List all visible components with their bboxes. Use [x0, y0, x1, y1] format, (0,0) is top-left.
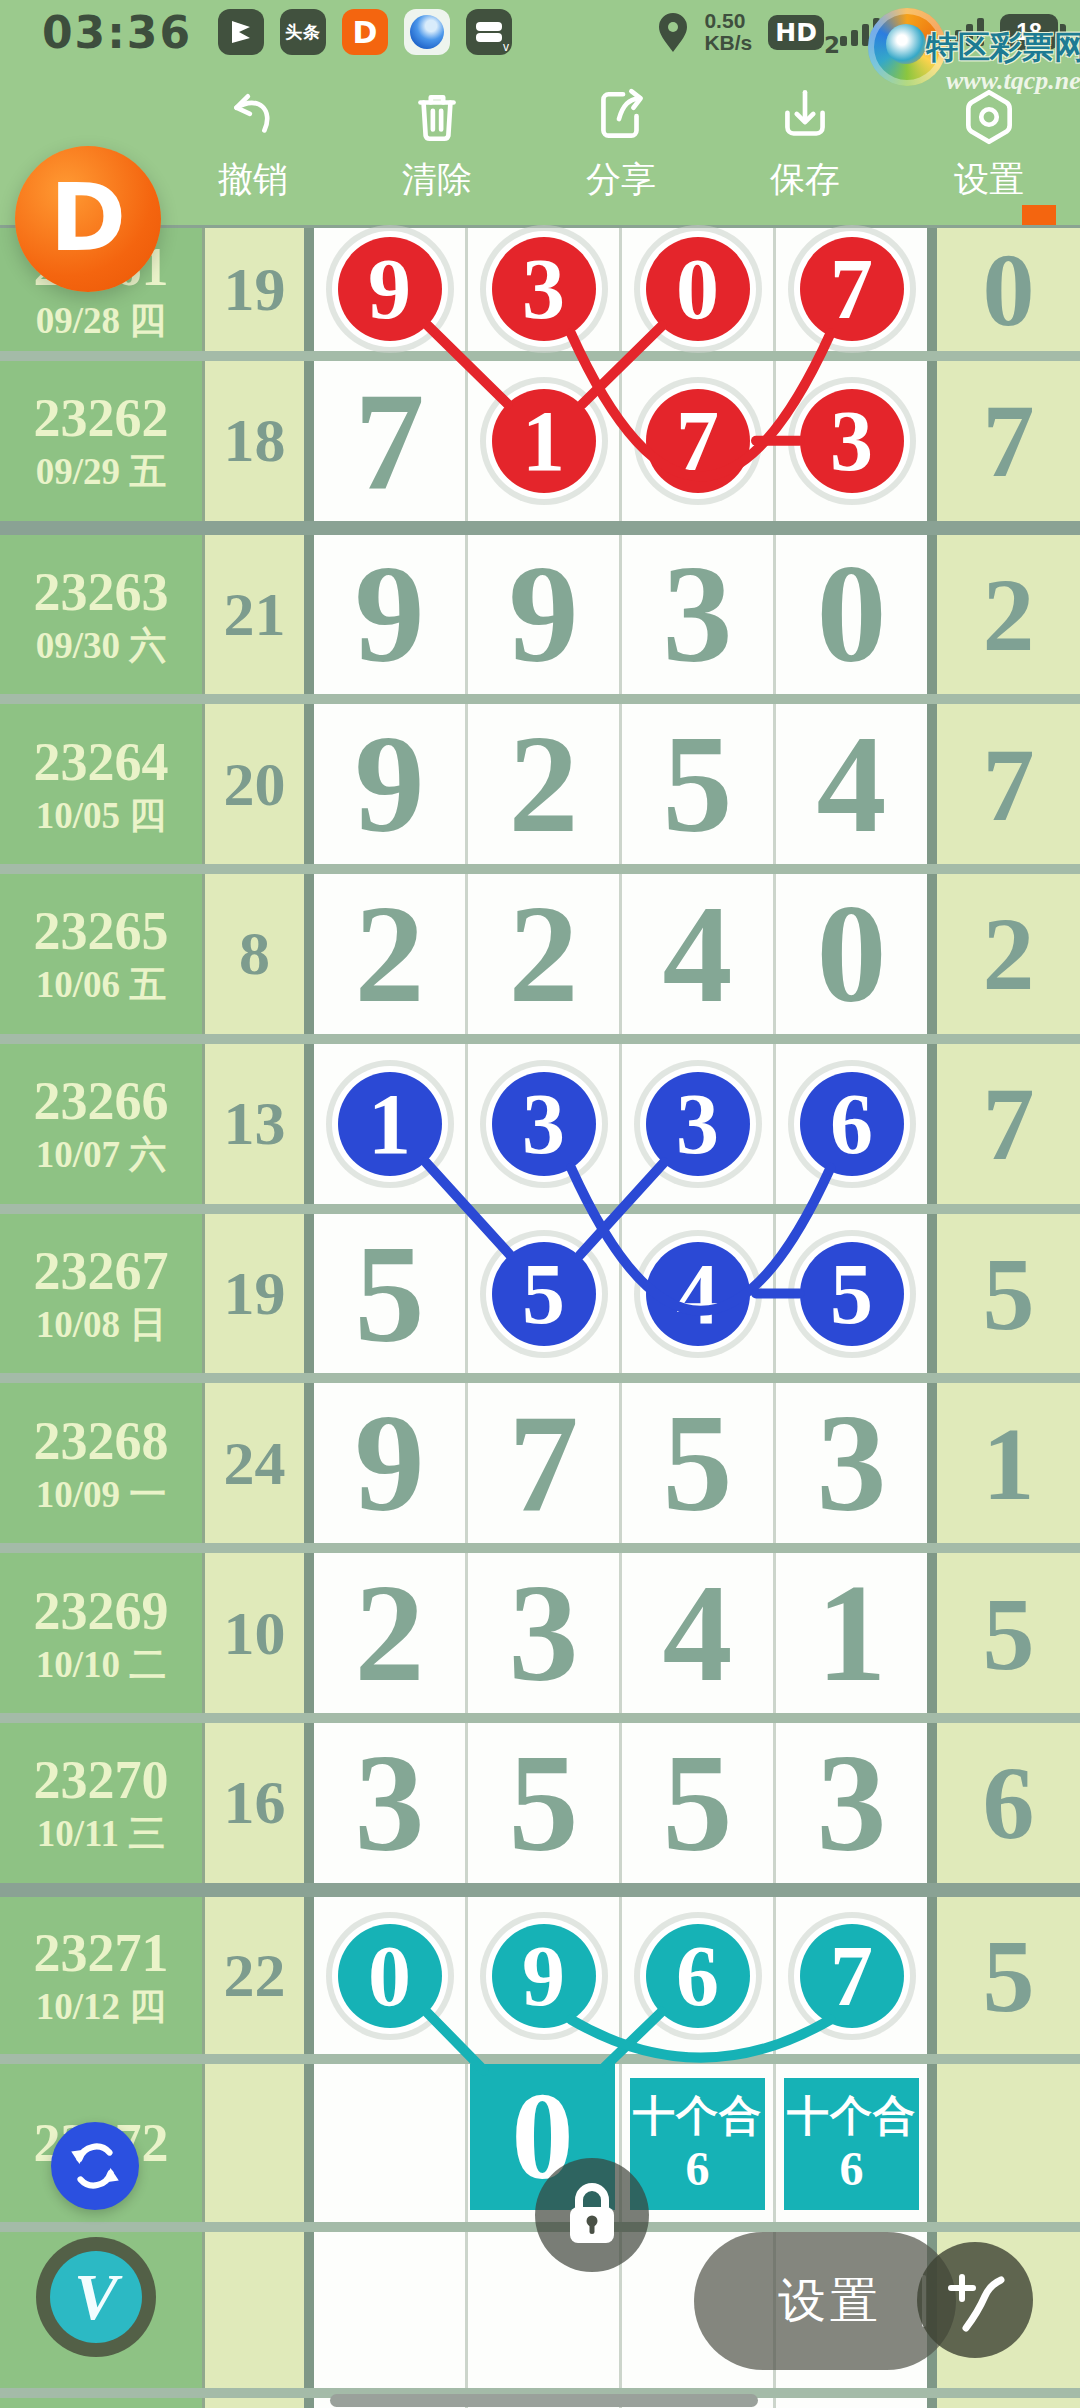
- period-cell: 2326810/09 一: [0, 1383, 205, 1543]
- extra-digit-cell: 5: [937, 1553, 1080, 1713]
- draw-date: 10/12 四: [36, 1988, 167, 2025]
- table-row: 2326610/07 六1313367: [0, 1044, 1080, 1214]
- digit-cell[interactable]: 3: [622, 535, 776, 695]
- prediction-text: 十个合: [633, 2093, 762, 2139]
- status-indicators: 0.50KB/s HD2 5G 18: [658, 10, 1072, 54]
- circled-digit: 6: [800, 1072, 904, 1176]
- didi-logo-notch: [1022, 205, 1056, 227]
- table-row: 2326810/09 一2497531: [0, 1383, 1080, 1553]
- table-row: 2326309/30 六2199302: [0, 535, 1080, 705]
- digit-cell[interactable]: 2: [314, 1553, 468, 1713]
- quark-app-icon: [404, 9, 450, 55]
- plain-digit: 5: [663, 714, 733, 854]
- digit-cell[interactable]: 1: [468, 361, 622, 521]
- period-cell: [0, 2398, 205, 2408]
- period-number: 23265: [34, 904, 169, 958]
- period-cell: 2327110/12 四: [0, 1897, 205, 2055]
- period-number: 23264: [34, 735, 169, 789]
- digit-cell[interactable]: 5: [468, 1214, 622, 1374]
- digit-cell[interactable]: 6: [776, 1044, 937, 1204]
- period-number: 23263: [34, 565, 169, 619]
- period-cell: 2326910/10 二: [0, 1553, 205, 1713]
- plain-digit: 0: [817, 884, 887, 1024]
- circled-digit: 3: [646, 1072, 750, 1176]
- circled-digit: 1: [492, 389, 596, 493]
- extra-digit-cell: 7: [937, 1044, 1080, 1204]
- prediction-digit: 6: [840, 2143, 864, 2196]
- extra-digit-cell: [937, 2064, 1080, 2222]
- period-cell: 2326510/06 五: [0, 874, 205, 1034]
- circled-digit: 6: [646, 1924, 750, 2028]
- digit-cell[interactable]: 9: [314, 1383, 468, 1543]
- sum-cell: 21: [205, 535, 314, 695]
- digit-cell[interactable]: 4: [622, 1214, 776, 1374]
- circled-digit: 0: [646, 237, 750, 341]
- period-number: 23270: [34, 1753, 169, 1807]
- save-button[interactable]: 保存: [730, 86, 880, 203]
- digit-cell[interactable]: 2: [314, 874, 468, 1034]
- refresh-button[interactable]: [51, 2122, 139, 2210]
- plain-digit: 9: [355, 1393, 425, 1533]
- digit-cell[interactable]: 5: [776, 1214, 937, 1374]
- extra-digit-cell: 2: [937, 874, 1080, 1034]
- app-screen: 03:36 头条 D v 0.50KB/s HD2: [0, 0, 1080, 2408]
- sum-cell: 19: [205, 228, 314, 351]
- plain-digit: 3: [817, 1733, 887, 1873]
- digit-cell[interactable]: 7: [468, 1383, 622, 1543]
- clear-button[interactable]: 清除: [362, 86, 512, 203]
- network-speed: 0.50KB/s: [704, 10, 752, 54]
- plain-digit: 4: [663, 1563, 733, 1703]
- digit-cell[interactable]: [776, 2398, 937, 2408]
- digit-cell[interactable]: 3: [468, 228, 622, 351]
- plain-digit: 0: [817, 544, 887, 684]
- clock-time: 03:36: [42, 7, 192, 58]
- trend-chart-table: 2326109/28 四19930702326209/29 五187173723…: [0, 225, 1080, 2408]
- digit-cell[interactable]: 3: [776, 1383, 937, 1543]
- sum-cell: 8: [205, 874, 314, 1034]
- extra-digit-cell: 0: [937, 228, 1080, 351]
- prediction-text: 十个合: [787, 2093, 916, 2139]
- table-row: 2327010/11 三1635536: [0, 1723, 1080, 1897]
- sum-cell: 16: [205, 1723, 314, 1883]
- draw-date: 09/30 六: [36, 627, 167, 664]
- digit-cell[interactable]: 4: [622, 874, 776, 1034]
- avatar-v-glyph: V: [50, 2251, 142, 2343]
- notification-icons: 头条 D v: [218, 9, 512, 55]
- draw-date: 10/05 四: [36, 797, 167, 834]
- period-number: 23267: [34, 1244, 169, 1298]
- plain-digit: 5: [663, 1733, 733, 1873]
- digit-cell[interactable]: 十个合6: [776, 2064, 937, 2222]
- refresh-icon: [64, 2135, 126, 2197]
- toutiao-app-icon: 头条: [280, 9, 326, 55]
- share-button[interactable]: 分享: [546, 86, 696, 203]
- hd-voice-icon: HD2: [768, 15, 824, 50]
- download-icon: [774, 86, 836, 148]
- digit-cell[interactable]: 9: [314, 535, 468, 695]
- plain-digit: 3: [663, 544, 733, 684]
- circled-digit: 4: [646, 1242, 750, 1346]
- plain-digit: 9: [355, 714, 425, 854]
- sum-cell: 24: [205, 1383, 314, 1543]
- period-number: 23268: [34, 1414, 169, 1468]
- digit-cell[interactable]: 9: [314, 228, 468, 351]
- draw-date: 10/06 五: [36, 966, 167, 1003]
- plain-digit: 2: [355, 884, 425, 1024]
- pen-plus-icon: [937, 2262, 1013, 2338]
- circled-digit: 5: [800, 1242, 904, 1346]
- extra-digit-cell: 5: [937, 1897, 1080, 2055]
- digit-cell[interactable]: 1: [314, 1044, 468, 1204]
- circled-digit: 9: [338, 237, 442, 341]
- digit-cell[interactable]: 9: [314, 704, 468, 864]
- plain-digit: 3: [355, 1733, 425, 1873]
- period-cell: 2326710/08 日: [0, 1214, 205, 1374]
- draw-date: 09/28 四: [36, 302, 167, 339]
- table-row: 2326710/08 日1955455: [0, 1214, 1080, 1384]
- lock-icon: [554, 2177, 630, 2253]
- table-row: 2327110/12 四2209675: [0, 1897, 1080, 2065]
- period-cell: 2326610/07 六: [0, 1044, 205, 1204]
- sum-cell: 18: [205, 361, 314, 521]
- settings-button[interactable]: 设置: [914, 86, 1064, 203]
- status-bar: 03:36 头条 D v 0.50KB/s HD2: [0, 0, 1080, 64]
- extra-digit-cell: 2: [937, 535, 1080, 695]
- period-cell: 2327010/11 三: [0, 1723, 205, 1883]
- didi-app-icon: D: [342, 9, 388, 55]
- notes-app-icon: v: [466, 9, 512, 55]
- sum-cell: 19: [205, 1214, 314, 1374]
- table-row: 2326910/10 二1023415: [0, 1553, 1080, 1723]
- plain-digit: 4: [663, 884, 733, 1024]
- table-row: 2326209/29 五1871737: [0, 361, 1080, 535]
- share-icon: [590, 86, 652, 148]
- circled-digit: 9: [492, 1924, 596, 2028]
- digit-cell[interactable]: 3: [468, 1553, 622, 1713]
- plain-digit: 3: [817, 1393, 887, 1533]
- location-pin-icon: [658, 11, 688, 53]
- flag-app-icon: [218, 9, 264, 55]
- circled-digit: 7: [646, 389, 750, 493]
- plain-digit: 5: [355, 1224, 425, 1364]
- bottom-settings-label: 设置: [778, 2269, 882, 2333]
- digit-cell[interactable]: 5: [622, 1383, 776, 1543]
- plain-digit: 2: [509, 884, 579, 1024]
- table-row: 2326109/28 四1993070: [0, 228, 1080, 361]
- digit-cell[interactable]: 3: [776, 361, 937, 521]
- digit-cell[interactable]: 9: [468, 535, 622, 695]
- drawing-toolbar: 撤销 清除 分享 保存 设置: [178, 86, 1064, 203]
- scroll-indicator[interactable]: [330, 2394, 758, 2407]
- plain-digit: 7: [509, 1393, 579, 1533]
- plain-digit: 2: [509, 714, 579, 854]
- prediction-digit: 6: [686, 2143, 710, 2196]
- circled-digit: 7: [800, 1924, 904, 2028]
- pen-tool-button[interactable]: [917, 2242, 1033, 2358]
- digit-cell[interactable]: 7: [622, 361, 776, 521]
- circled-digit: 1: [338, 1072, 442, 1176]
- plain-digit: 1: [817, 1563, 887, 1703]
- period-number: 23271: [34, 1926, 169, 1980]
- digit-cell[interactable]: 5: [314, 1214, 468, 1374]
- circled-digit: 3: [492, 1072, 596, 1176]
- draw-date: 10/08 日: [36, 1306, 167, 1343]
- extra-digit-cell: 5: [937, 1214, 1080, 1374]
- digit-cell[interactable]: 3: [468, 1044, 622, 1204]
- signal-bars-sim1-icon: [840, 18, 880, 46]
- digit-cell[interactable]: 5: [622, 1723, 776, 1883]
- digit-cell[interactable]: 2: [468, 704, 622, 864]
- period-number: 23269: [34, 1584, 169, 1638]
- digit-cell[interactable]: 7: [776, 228, 937, 351]
- digit-cell[interactable]: [314, 2064, 468, 2222]
- digit-cell[interactable]: 9: [468, 1897, 622, 2055]
- digit-cell[interactable]: 3: [776, 1723, 937, 1883]
- battery-indicator: 18: [1000, 14, 1058, 50]
- circled-digit: 3: [800, 389, 904, 493]
- extra-digit-cell: 6: [937, 1723, 1080, 1883]
- sum-cell: 13: [205, 1044, 314, 1204]
- digit-cell[interactable]: 6: [622, 1897, 776, 2055]
- extra-digit-cell: 1: [937, 1383, 1080, 1543]
- digit-cell[interactable]: 3: [314, 1723, 468, 1883]
- sum-cell: [205, 2064, 314, 2222]
- digit-cell[interactable]: [314, 2232, 468, 2388]
- network-type: 5G: [896, 18, 928, 46]
- plain-digit: 2: [355, 1563, 425, 1703]
- digit-cell[interactable]: 0: [776, 535, 937, 695]
- draw-date: 10/07 六: [36, 1136, 167, 1173]
- avatar-button[interactable]: V: [36, 2237, 156, 2357]
- plain-digit: 4: [817, 714, 887, 854]
- draw-date: 10/11 三: [37, 1815, 166, 1852]
- sum-cell: [205, 2232, 314, 2388]
- circled-digit: 3: [492, 237, 596, 341]
- extra-digit-cell: 7: [937, 704, 1080, 864]
- didi-floating-logo[interactable]: D: [15, 146, 161, 292]
- draw-date: 09/29 五: [36, 453, 167, 490]
- didi-d-glyph: D: [50, 173, 126, 265]
- period-cell: 2326410/05 四: [0, 704, 205, 864]
- circled-digit: 7: [800, 237, 904, 341]
- plain-digit: 9: [355, 544, 425, 684]
- signal-bars-sim2-icon: [944, 18, 984, 46]
- plain-digit: 5: [509, 1733, 579, 1873]
- settings-nut-icon: [958, 86, 1020, 148]
- digit-cell[interactable]: 0: [314, 1897, 468, 2055]
- circled-digit: 5: [492, 1242, 596, 1346]
- draw-date: 10/10 二: [36, 1646, 167, 1683]
- period-number: 23266: [34, 1074, 169, 1128]
- lock-button[interactable]: [535, 2158, 649, 2272]
- circled-digit: 0: [338, 1924, 442, 2028]
- prediction-cell-label[interactable]: 十个合6: [784, 2078, 919, 2210]
- extra-digit-cell: 7: [937, 361, 1080, 521]
- sum-cell: 20: [205, 704, 314, 864]
- extra-digit-cell: [937, 2398, 1080, 2408]
- period-cell: 2326309/30 六: [0, 535, 205, 695]
- sum-cell: [205, 2398, 314, 2408]
- digit-cell[interactable]: 0: [622, 228, 776, 351]
- digit-cell[interactable]: 0: [776, 874, 937, 1034]
- digit-cell[interactable]: 1: [776, 1553, 937, 1713]
- undo-icon: [222, 86, 284, 148]
- period-number: 23262: [34, 391, 169, 445]
- digit-cell[interactable]: 4: [776, 704, 937, 864]
- undo-button[interactable]: 撤销: [178, 86, 328, 203]
- table-row: 2326410/05 四2092547: [0, 704, 1080, 874]
- trash-icon: [406, 86, 468, 148]
- sum-cell: 10: [205, 1553, 314, 1713]
- plain-digit: 9: [509, 544, 579, 684]
- period-cell: 2326209/29 五: [0, 361, 205, 521]
- digit-cell[interactable]: 3: [622, 1044, 776, 1204]
- sum-cell: 22: [205, 1897, 314, 2055]
- digit-cell[interactable]: 7: [314, 361, 468, 521]
- draw-date: 10/09 一: [36, 1476, 167, 1513]
- digit-cell[interactable]: 5: [622, 704, 776, 864]
- table-row: 2326510/06 五822402: [0, 874, 1080, 1044]
- plain-digit: 5: [663, 1393, 733, 1533]
- plain-digit: 7: [355, 371, 425, 511]
- digit-cell[interactable]: 7: [776, 1897, 937, 2055]
- digit-cell[interactable]: 5: [468, 1723, 622, 1883]
- digit-cell[interactable]: 2: [468, 874, 622, 1034]
- prediction-cell-label[interactable]: 十个合6: [630, 2078, 765, 2210]
- plain-digit: 3: [509, 1563, 579, 1703]
- digit-cell[interactable]: 4: [622, 1553, 776, 1713]
